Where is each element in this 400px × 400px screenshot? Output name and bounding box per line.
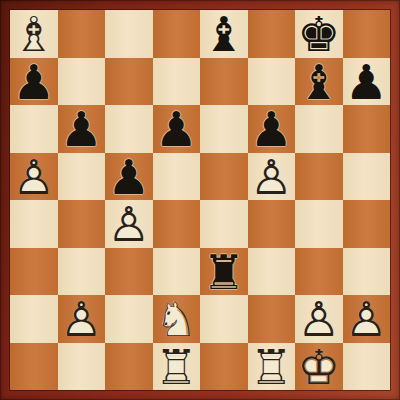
- white-pawn-piece: ♟♙: [10, 153, 58, 201]
- square-g1[interactable]: ♚♔: [295, 343, 343, 391]
- piece-glyph-fill: ♜: [250, 343, 293, 391]
- black-pawn-piece: ♟: [153, 105, 201, 153]
- square-h5[interactable]: [343, 153, 391, 201]
- piece-glyph-fill: ♞: [155, 295, 198, 343]
- square-g3[interactable]: [295, 248, 343, 296]
- square-g7[interactable]: ♝: [295, 58, 343, 106]
- black-pawn-piece: ♟: [10, 58, 58, 106]
- square-a7[interactable]: ♟: [10, 58, 58, 106]
- square-b8[interactable]: [58, 10, 106, 58]
- square-d1[interactable]: ♜♖: [153, 343, 201, 391]
- black-pawn-piece: ♟: [105, 153, 153, 201]
- square-a4[interactable]: [10, 200, 58, 248]
- square-e2[interactable]: [200, 295, 248, 343]
- white-pawn-piece: ♟♙: [343, 295, 391, 343]
- piece-glyph-fill: ♟: [60, 295, 103, 343]
- square-e7[interactable]: [200, 58, 248, 106]
- square-g4[interactable]: [295, 200, 343, 248]
- square-e5[interactable]: [200, 153, 248, 201]
- square-h1[interactable]: [343, 343, 391, 391]
- square-a6[interactable]: [10, 105, 58, 153]
- piece-glyph-outline: ♖: [250, 343, 293, 391]
- piece-glyph-fill: ♝: [12, 10, 55, 58]
- square-h3[interactable]: [343, 248, 391, 296]
- piece-glyph-fill: ♟: [12, 153, 55, 201]
- piece-glyph-outline: ♙: [12, 153, 55, 201]
- black-rook-piece: ♜: [200, 248, 248, 296]
- piece-glyph-fill: ♟: [60, 105, 103, 153]
- square-f4[interactable]: [248, 200, 296, 248]
- square-c2[interactable]: [105, 295, 153, 343]
- square-c5[interactable]: ♟: [105, 153, 153, 201]
- square-b6[interactable]: ♟: [58, 105, 106, 153]
- square-f5[interactable]: ♟♙: [248, 153, 296, 201]
- square-a2[interactable]: [10, 295, 58, 343]
- square-b7[interactable]: [58, 58, 106, 106]
- square-c8[interactable]: [105, 10, 153, 58]
- board-frame: ♝♗♝♚♟♝♟♟♟♟♟♙♟♟♙♟♙♜♟♙♞♘♟♙♟♙♜♖♜♖♚♔: [0, 0, 400, 400]
- piece-glyph-outline: ♙: [297, 295, 340, 343]
- square-e4[interactable]: [200, 200, 248, 248]
- white-pawn-piece: ♟♙: [58, 295, 106, 343]
- piece-glyph-fill: ♟: [250, 105, 293, 153]
- white-rook-piece: ♜♖: [153, 343, 201, 391]
- square-e6[interactable]: [200, 105, 248, 153]
- piece-glyph-fill: ♜: [155, 343, 198, 391]
- square-d4[interactable]: [153, 200, 201, 248]
- square-g5[interactable]: [295, 153, 343, 201]
- piece-glyph-outline: ♙: [345, 295, 388, 343]
- black-pawn-piece: ♟: [58, 105, 106, 153]
- piece-glyph-fill: ♚: [297, 343, 340, 391]
- piece-glyph-outline: ♙: [60, 295, 103, 343]
- square-d5[interactable]: [153, 153, 201, 201]
- piece-glyph-outline: ♘: [155, 295, 198, 343]
- piece-glyph-fill: ♟: [345, 58, 388, 106]
- square-g6[interactable]: [295, 105, 343, 153]
- piece-glyph-fill: ♝: [297, 58, 340, 106]
- square-d7[interactable]: [153, 58, 201, 106]
- piece-glyph-fill: ♟: [345, 295, 388, 343]
- square-b1[interactable]: [58, 343, 106, 391]
- black-bishop-piece: ♝: [200, 10, 248, 58]
- square-h6[interactable]: [343, 105, 391, 153]
- white-bishop-piece: ♝♗: [10, 10, 58, 58]
- square-b5[interactable]: [58, 153, 106, 201]
- square-h7[interactable]: ♟: [343, 58, 391, 106]
- piece-glyph-outline: ♙: [107, 200, 150, 248]
- square-f2[interactable]: [248, 295, 296, 343]
- square-f3[interactable]: [248, 248, 296, 296]
- square-b2[interactable]: ♟♙: [58, 295, 106, 343]
- piece-glyph-outline: ♗: [12, 10, 55, 58]
- chess-board: ♝♗♝♚♟♝♟♟♟♟♟♙♟♟♙♟♙♜♟♙♞♘♟♙♟♙♜♖♜♖♚♔: [10, 10, 390, 390]
- piece-glyph-outline: ♔: [297, 343, 340, 391]
- square-a8[interactable]: ♝♗: [10, 10, 58, 58]
- square-e1[interactable]: [200, 343, 248, 391]
- piece-glyph-fill: ♟: [107, 153, 150, 201]
- square-c4[interactable]: ♟♙: [105, 200, 153, 248]
- square-d3[interactable]: [153, 248, 201, 296]
- black-pawn-piece: ♟: [248, 105, 296, 153]
- square-a3[interactable]: [10, 248, 58, 296]
- black-king-piece: ♚: [295, 10, 343, 58]
- square-c1[interactable]: [105, 343, 153, 391]
- piece-glyph-fill: ♟: [107, 200, 150, 248]
- square-f8[interactable]: [248, 10, 296, 58]
- square-f6[interactable]: ♟: [248, 105, 296, 153]
- white-pawn-piece: ♟♙: [295, 295, 343, 343]
- square-f7[interactable]: [248, 58, 296, 106]
- square-e8[interactable]: ♝: [200, 10, 248, 58]
- square-d6[interactable]: ♟: [153, 105, 201, 153]
- white-knight-piece: ♞♘: [153, 295, 201, 343]
- square-h8[interactable]: [343, 10, 391, 58]
- square-b3[interactable]: [58, 248, 106, 296]
- piece-glyph-fill: ♜: [202, 248, 245, 296]
- square-d2[interactable]: ♞♘: [153, 295, 201, 343]
- square-a5[interactable]: ♟♙: [10, 153, 58, 201]
- square-c3[interactable]: [105, 248, 153, 296]
- black-pawn-piece: ♟: [343, 58, 391, 106]
- square-e3[interactable]: ♜: [200, 248, 248, 296]
- piece-glyph-outline: ♙: [250, 153, 293, 201]
- piece-glyph-fill: ♚: [297, 10, 340, 58]
- square-f1[interactable]: ♜♖: [248, 343, 296, 391]
- square-g2[interactable]: ♟♙: [295, 295, 343, 343]
- piece-glyph-fill: ♝: [202, 10, 245, 58]
- square-a1[interactable]: [10, 343, 58, 391]
- piece-glyph-fill: ♟: [250, 153, 293, 201]
- white-pawn-piece: ♟♙: [105, 200, 153, 248]
- white-king-piece: ♚♔: [295, 343, 343, 391]
- square-h4[interactable]: [343, 200, 391, 248]
- white-pawn-piece: ♟♙: [248, 153, 296, 201]
- square-b4[interactable]: [58, 200, 106, 248]
- square-h2[interactable]: ♟♙: [343, 295, 391, 343]
- square-c7[interactable]: [105, 58, 153, 106]
- piece-glyph-fill: ♟: [155, 105, 198, 153]
- square-c6[interactable]: [105, 105, 153, 153]
- white-rook-piece: ♜♖: [248, 343, 296, 391]
- piece-glyph-fill: ♟: [12, 58, 55, 106]
- square-d8[interactable]: [153, 10, 201, 58]
- piece-glyph-outline: ♖: [155, 343, 198, 391]
- black-bishop-piece: ♝: [295, 58, 343, 106]
- piece-glyph-fill: ♟: [297, 295, 340, 343]
- square-g8[interactable]: ♚: [295, 10, 343, 58]
